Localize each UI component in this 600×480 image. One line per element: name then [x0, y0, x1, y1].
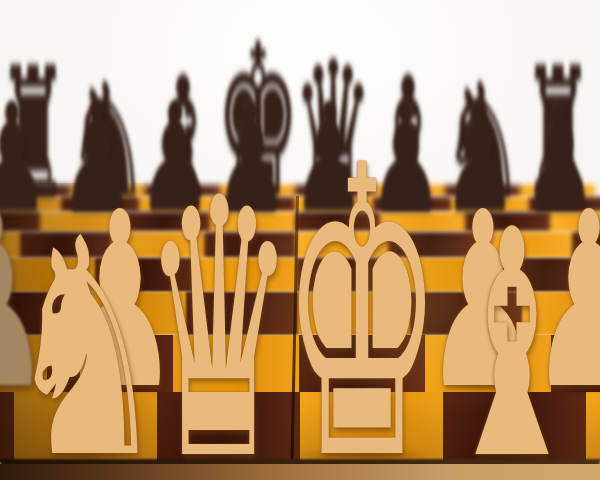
piece-white-bishop-f1: ♝ — [441, 189, 581, 480]
piece-white-king-e1: ♚ — [281, 115, 442, 480]
piece-white-queen-d1: ♛ — [142, 152, 296, 480]
photo-canvas: ♜♞♝♚♛♝♞♜♟♟♟♟♟♟♟♟♟♟♟♟♞♛♚♝ — [0, 0, 600, 480]
